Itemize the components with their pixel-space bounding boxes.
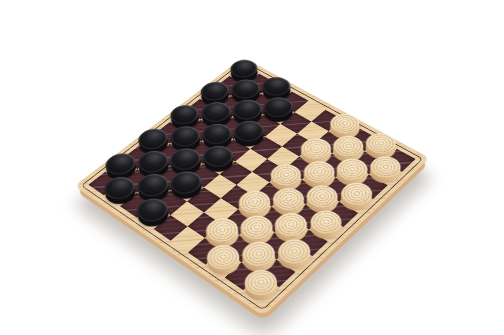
draughts-set-photo	[74, 57, 429, 316]
product-photo-background: { "game": { "name": "International draug…	[0, 0, 504, 335]
draughts-board	[74, 57, 429, 316]
